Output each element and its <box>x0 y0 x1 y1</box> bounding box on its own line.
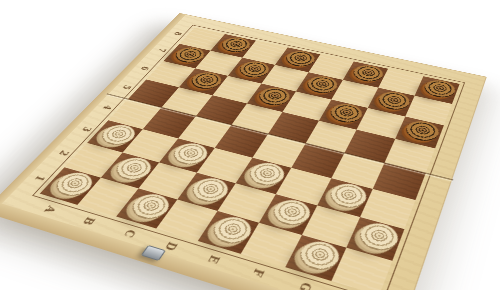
board-frame: 87654321ABCDEFGH <box>0 14 487 290</box>
board-photo-scene: 87654321ABCDEFGH <box>0 0 500 290</box>
checkers-board: 87654321ABCDEFGH <box>0 14 487 290</box>
